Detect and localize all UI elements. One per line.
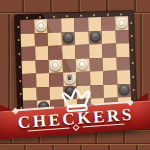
board-square[interactable] [103, 57, 117, 71]
frame-stud [132, 89, 134, 91]
plank-seam [134, 0, 136, 12]
board-square[interactable] [34, 32, 48, 46]
frame-stud [26, 16, 28, 18]
black-man-piece[interactable] [89, 31, 100, 42]
board-square[interactable] [49, 72, 63, 86]
crown-icon [55, 86, 98, 115]
plank-seam [78, 0, 80, 12]
board-square[interactable] [35, 46, 49, 60]
board-square[interactable] [62, 59, 76, 73]
checkers-splash[interactable]: ♛ CHECKERS [0, 0, 150, 150]
frame-stud [18, 53, 20, 55]
board-square[interactable] [88, 31, 102, 45]
frame-stud [132, 76, 134, 78]
board-square[interactable] [102, 30, 116, 44]
board-square[interactable] [49, 59, 63, 73]
board-square[interactable] [22, 73, 36, 87]
board-square[interactable] [115, 16, 129, 30]
king-crown-mark: ♛ [64, 73, 75, 84]
board-square[interactable] [76, 58, 90, 72]
board-square[interactable] [117, 84, 131, 98]
board-square[interactable] [20, 19, 34, 33]
board-square[interactable] [116, 70, 130, 84]
frame-stud [130, 22, 132, 24]
board-square[interactable] [88, 17, 102, 31]
plank-seam [22, 0, 24, 12]
board-square[interactable] [48, 32, 62, 46]
board-square[interactable] [61, 32, 75, 46]
board-square[interactable] [116, 57, 130, 71]
frame-stud [120, 13, 122, 15]
board-square[interactable] [75, 31, 89, 45]
black-man-piece[interactable] [62, 32, 73, 43]
board-square[interactable] [21, 33, 35, 47]
board-square[interactable] [22, 60, 36, 74]
frame-stud [66, 15, 68, 17]
black-man-piece[interactable] [118, 84, 129, 95]
board-square[interactable] [35, 59, 49, 73]
plank-seam [50, 0, 52, 12]
board-square[interactable]: ♛ [63, 72, 77, 86]
board-square[interactable] [74, 18, 88, 32]
board-square[interactable] [34, 19, 48, 33]
board-square[interactable] [76, 72, 90, 86]
frame-stud [80, 14, 82, 16]
frame-stud [93, 14, 95, 16]
frame-stud [131, 49, 133, 51]
frame-stud [39, 16, 41, 18]
board-square[interactable] [102, 44, 116, 58]
underline-right [82, 123, 124, 127]
board-square[interactable] [48, 45, 62, 59]
board-square[interactable] [103, 84, 117, 98]
plank-seam [123, 130, 125, 143]
board-square[interactable] [89, 58, 103, 72]
board-square[interactable] [89, 71, 103, 85]
frame-stud [18, 66, 20, 68]
frame-stud [19, 93, 21, 95]
board-square[interactable] [89, 44, 103, 58]
board-square[interactable] [103, 71, 117, 85]
white-man-piece[interactable] [116, 17, 127, 28]
board-square[interactable] [115, 30, 129, 44]
white-man-piece[interactable] [50, 60, 61, 71]
board-square[interactable] [23, 87, 37, 101]
frame-stud [107, 13, 109, 15]
board-square[interactable] [62, 45, 76, 59]
board-square[interactable] [116, 43, 130, 57]
board-square[interactable] [75, 45, 89, 59]
frame-stud [131, 62, 133, 64]
board-square[interactable] [101, 17, 115, 31]
plank-seam [106, 0, 108, 12]
frame-stud [130, 35, 132, 37]
frame-stud [17, 26, 19, 28]
underline-left [27, 127, 69, 131]
white-man-piece[interactable] [35, 20, 46, 31]
frame-stud [17, 39, 19, 41]
plank-edge-line [0, 144, 150, 145]
board-square[interactable] [36, 73, 50, 87]
white-king-piece[interactable]: ♛ [64, 73, 75, 84]
board-square[interactable] [61, 18, 75, 32]
frame-stud [53, 15, 55, 17]
board-square[interactable] [36, 86, 50, 100]
white-man-piece[interactable] [77, 59, 88, 70]
frame-stud [19, 80, 21, 82]
board-square[interactable] [21, 46, 35, 60]
board-square[interactable] [47, 19, 61, 33]
